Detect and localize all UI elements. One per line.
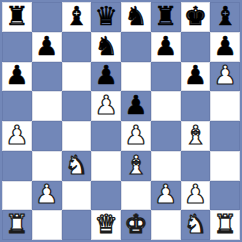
square-c7[interactable] (62, 32, 92, 62)
black-knight[interactable]: ♞ (94, 33, 117, 59)
black-pawn[interactable]: ♟ (35, 33, 58, 59)
white-pawn[interactable]: ♟ (184, 181, 207, 207)
black-rook[interactable]: ♜ (154, 3, 177, 29)
square-f3[interactable] (151, 151, 181, 181)
square-d8[interactable]: ♛ (91, 2, 121, 32)
black-pawn[interactable]: ♟ (213, 33, 236, 59)
black-pawn[interactable]: ♟ (124, 92, 147, 118)
white-bishop[interactable]: ♝ (124, 152, 147, 178)
square-a2[interactable] (2, 181, 32, 211)
square-f5[interactable] (151, 91, 181, 121)
square-g6[interactable]: ♟ (181, 62, 211, 92)
black-pawn[interactable]: ♟ (94, 62, 117, 88)
square-d4[interactable] (91, 121, 121, 151)
square-a8[interactable]: ♜ (2, 2, 32, 32)
black-queen[interactable]: ♛ (94, 3, 117, 29)
square-g4[interactable]: ♝ (181, 121, 211, 151)
square-b7[interactable]: ♟ (32, 32, 62, 62)
square-f6[interactable] (151, 62, 181, 92)
black-bishop[interactable]: ♝ (213, 3, 236, 29)
white-pawn[interactable]: ♟ (5, 122, 28, 148)
square-e7[interactable] (121, 32, 151, 62)
white-pawn[interactable]: ♟ (94, 92, 117, 118)
square-f8[interactable]: ♜ (151, 2, 181, 32)
white-rook[interactable]: ♜ (5, 211, 28, 237)
square-d7[interactable]: ♞ (91, 32, 121, 62)
black-pawn[interactable]: ♟ (5, 62, 28, 88)
square-e6[interactable] (121, 62, 151, 92)
square-d1[interactable]: ♛ (91, 210, 121, 240)
white-pawn[interactable]: ♟ (213, 62, 236, 88)
square-a1[interactable]: ♜ (2, 210, 32, 240)
square-h3[interactable] (210, 151, 240, 181)
white-pawn[interactable]: ♟ (154, 181, 177, 207)
square-f7[interactable]: ♟ (151, 32, 181, 62)
chess-board-frame: ♜♝♛♞♜♚♝♟♞♟♟♟♟♟♟♟♟♟♟♝♞♝♟♟♟♜♛♚♞♜ (0, 0, 242, 242)
square-e4[interactable]: ♟ (121, 121, 151, 151)
square-f2[interactable]: ♟ (151, 181, 181, 211)
square-b8[interactable] (32, 2, 62, 32)
black-knight[interactable]: ♞ (124, 3, 147, 29)
square-e2[interactable] (121, 181, 151, 211)
square-c5[interactable] (62, 91, 92, 121)
white-knight[interactable]: ♞ (65, 152, 88, 178)
square-g3[interactable] (181, 151, 211, 181)
square-h5[interactable] (210, 91, 240, 121)
square-h4[interactable] (210, 121, 240, 151)
square-a7[interactable] (2, 32, 32, 62)
square-h6[interactable]: ♟ (210, 62, 240, 92)
white-pawn[interactable]: ♟ (124, 122, 147, 148)
square-a6[interactable]: ♟ (2, 62, 32, 92)
square-e5[interactable]: ♟ (121, 91, 151, 121)
white-pawn[interactable]: ♟ (35, 181, 58, 207)
square-h1[interactable]: ♜ (210, 210, 240, 240)
square-g5[interactable] (181, 91, 211, 121)
white-king[interactable]: ♚ (124, 211, 147, 237)
square-e3[interactable]: ♝ (121, 151, 151, 181)
square-b1[interactable] (32, 210, 62, 240)
chess-board: ♜♝♛♞♜♚♝♟♞♟♟♟♟♟♟♟♟♟♟♝♞♝♟♟♟♜♛♚♞♜ (2, 2, 240, 240)
square-d2[interactable] (91, 181, 121, 211)
black-pawn[interactable]: ♟ (154, 33, 177, 59)
square-g8[interactable]: ♚ (181, 2, 211, 32)
square-c2[interactable] (62, 181, 92, 211)
square-g7[interactable] (181, 32, 211, 62)
square-b4[interactable] (32, 121, 62, 151)
square-d3[interactable] (91, 151, 121, 181)
square-h8[interactable]: ♝ (210, 2, 240, 32)
black-pawn[interactable]: ♟ (184, 62, 207, 88)
square-a4[interactable]: ♟ (2, 121, 32, 151)
square-f4[interactable] (151, 121, 181, 151)
square-e1[interactable]: ♚ (121, 210, 151, 240)
black-king[interactable]: ♚ (184, 3, 207, 29)
square-g1[interactable]: ♞ (181, 210, 211, 240)
square-c8[interactable]: ♝ (62, 2, 92, 32)
white-queen[interactable]: ♛ (94, 211, 117, 237)
square-b5[interactable] (32, 91, 62, 121)
square-b2[interactable]: ♟ (32, 181, 62, 211)
square-e8[interactable]: ♞ (121, 2, 151, 32)
white-knight[interactable]: ♞ (184, 211, 207, 237)
square-a3[interactable] (2, 151, 32, 181)
square-h2[interactable] (210, 181, 240, 211)
square-d5[interactable]: ♟ (91, 91, 121, 121)
square-b6[interactable] (32, 62, 62, 92)
square-h7[interactable]: ♟ (210, 32, 240, 62)
square-f1[interactable] (151, 210, 181, 240)
square-c1[interactable] (62, 210, 92, 240)
square-c6[interactable] (62, 62, 92, 92)
square-g2[interactable]: ♟ (181, 181, 211, 211)
square-c3[interactable]: ♞ (62, 151, 92, 181)
black-bishop[interactable]: ♝ (65, 3, 88, 29)
square-a5[interactable] (2, 91, 32, 121)
square-b3[interactable] (32, 151, 62, 181)
black-rook[interactable]: ♜ (5, 3, 28, 29)
white-bishop[interactable]: ♝ (184, 122, 207, 148)
white-rook[interactable]: ♜ (213, 211, 236, 237)
square-c4[interactable] (62, 121, 92, 151)
square-d6[interactable]: ♟ (91, 62, 121, 92)
